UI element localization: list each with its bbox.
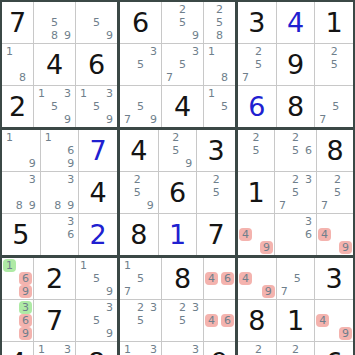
cell-r3c4[interactable]: 579 (120, 86, 161, 127)
cell-r9c3[interactable]: 8 (76, 342, 117, 355)
candidate-3[interactable]: 3 (64, 215, 77, 228)
candidate-5[interactable]: 5 (329, 100, 342, 113)
given-digit: 1 (326, 9, 343, 36)
candidate-6-red-highlight[interactable]: 6 (221, 272, 234, 285)
candidate-5[interactable]: 5 (134, 314, 147, 327)
cell-r4c5[interactable]: 259 (159, 130, 197, 171)
candidate-6-red-highlight[interactable]: 6 (19, 272, 32, 285)
given-digit: 9 (211, 349, 228, 355)
candidate-2[interactable]: 2 (289, 343, 302, 355)
candidate-9-red-highlight[interactable]: 9 (19, 285, 32, 298)
cell-r9c8[interactable]: 25 (277, 342, 315, 355)
cell-r2c7[interactable]: 257 (238, 44, 276, 85)
cell-r9c7[interactable]: 257 (238, 342, 276, 355)
candidate-5[interactable]: 5 (90, 16, 103, 29)
cell-r6c4[interactable]: 8 (120, 214, 158, 255)
candidate-5[interactable]: 5 (134, 58, 147, 71)
box-7: 1692159369735941358 (2, 258, 117, 355)
candidate-7[interactable]: 7 (316, 113, 329, 126)
candidate-2[interactable]: 2 (328, 45, 341, 58)
candidate-5[interactable]: 5 (176, 58, 189, 71)
candidate-9[interactable]: 9 (64, 157, 77, 170)
given-digit: 6 (169, 179, 186, 206)
candidate-9[interactable]: 9 (103, 113, 116, 126)
candidate-1[interactable]: 1 (3, 45, 16, 58)
cell-r7c8[interactable]: 57 (277, 258, 315, 299)
candidate-2[interactable]: 2 (176, 3, 189, 16)
cell-r4c1[interactable]: 19 (2, 130, 40, 171)
cell-r6c5[interactable]: 1 (159, 214, 197, 255)
entered-digit: 7 (90, 137, 107, 164)
candidate-4-red-highlight[interactable]: 4 (239, 228, 252, 241)
given-digit: 3 (326, 265, 343, 292)
candidate-9[interactable]: 9 (182, 157, 195, 170)
candidate-8[interactable]: 8 (51, 199, 64, 212)
cell-r3c1[interactable]: 2 (2, 86, 33, 127)
candidate-6[interactable]: 6 (64, 144, 77, 157)
given-digit: 4 (90, 179, 107, 206)
cell-r2c2[interactable]: 4 (34, 44, 75, 85)
cell-r5c1[interactable]: 389 (2, 172, 40, 213)
cell-r5c2[interactable]: 389 (41, 172, 79, 213)
given-digit: 2 (46, 265, 63, 292)
given-digit: 9 (287, 51, 304, 78)
cell-r4c8[interactable]: 256 (275, 130, 316, 171)
box-9: 495738149257256 (238, 258, 353, 355)
cell-r1c6[interactable]: 258 (204, 2, 235, 43)
candidate-1[interactable]: 1 (205, 45, 218, 58)
cell-r3c7[interactable]: 6 (238, 86, 276, 127)
candidate-6-red-highlight[interactable]: 6 (19, 314, 32, 327)
candidate-9[interactable]: 9 (103, 285, 116, 298)
candidate-3-green-highlight[interactable]: 3 (19, 301, 32, 314)
cell-r6c9[interactable]: 49 (317, 214, 353, 255)
candidate-5[interactable]: 5 (328, 58, 341, 71)
candidate-7[interactable]: 7 (121, 113, 134, 126)
candidate-9[interactable]: 9 (26, 199, 39, 212)
candidate-8[interactable]: 8 (16, 71, 29, 84)
cell-r9c6[interactable]: 9 (204, 342, 235, 355)
candidate-9-red-highlight[interactable]: 9 (262, 285, 275, 298)
cell-r7c4[interactable]: 157 (120, 258, 161, 299)
entered-digit: 2 (90, 221, 107, 248)
cell-r5c7[interactable]: 1 (238, 172, 274, 213)
cell-r1c5[interactable]: 259 (162, 2, 203, 43)
cell-r3c8[interactable]: 8 (277, 86, 315, 127)
cell-r8c8[interactable]: 1 (277, 300, 315, 341)
cell-r8c6[interactable]: 46 (204, 300, 235, 341)
candidate-5[interactable]: 5 (250, 144, 263, 157)
candidate-2[interactable]: 2 (252, 343, 265, 355)
candidate-2[interactable]: 2 (210, 173, 223, 186)
cell-r8c4[interactable]: 235 (120, 300, 161, 341)
cell-r9c9[interactable]: 6 (315, 342, 353, 355)
candidate-5[interactable]: 5 (289, 186, 302, 199)
candidate-5[interactable]: 5 (176, 314, 189, 327)
candidate-1[interactable]: 1 (3, 131, 16, 144)
candidate-3[interactable]: 3 (147, 343, 160, 355)
entered-digit: 1 (169, 221, 186, 248)
cell-r9c4[interactable]: 135 (120, 342, 161, 355)
box-2: 62592583535718579415 (120, 2, 235, 127)
candidate-4-red-highlight[interactable]: 4 (318, 228, 331, 241)
cell-r3c3[interactable]: 1359 (76, 86, 117, 127)
cell-r4c2[interactable]: 169 (41, 130, 79, 171)
candidate-9-red-highlight[interactable]: 9 (339, 241, 352, 254)
given-digit: 3 (208, 137, 225, 164)
candidate-3[interactable]: 3 (189, 45, 202, 58)
candidate-7[interactable]: 7 (276, 199, 289, 212)
candidate-3[interactable]: 3 (302, 173, 315, 186)
cell-r6c6[interactable]: 7 (197, 214, 235, 255)
box-6: 25256812357257493649 (238, 130, 353, 255)
candidate-9[interactable]: 9 (103, 327, 116, 340)
candidate-5[interactable]: 5 (210, 186, 223, 199)
candidate-1[interactable]: 1 (121, 343, 134, 355)
cell-r2c9[interactable]: 25 (315, 44, 353, 85)
given-digit: 6 (132, 9, 149, 36)
cell-r7c7[interactable]: 49 (238, 258, 276, 299)
candidate-9-red-highlight[interactable]: 9 (19, 327, 32, 340)
candidate-5[interactable]: 5 (131, 186, 144, 199)
cell-r6c3[interactable]: 2 (79, 214, 117, 255)
given-digit: 8 (130, 221, 147, 248)
candidate-3[interactable]: 3 (26, 173, 39, 186)
candidate-1[interactable]: 1 (35, 87, 48, 100)
candidate-3[interactable]: 3 (302, 215, 315, 228)
candidate-3[interactable]: 3 (189, 301, 202, 314)
cell-r1c2[interactable]: 589 (34, 2, 75, 43)
candidate-2[interactable]: 2 (252, 45, 265, 58)
cell-r7c5[interactable]: 8 (162, 258, 203, 299)
candidate-9[interactable]: 9 (26, 157, 39, 170)
given-digit: 6 (88, 51, 105, 78)
candidate-7[interactable]: 7 (318, 199, 331, 212)
candidate-2[interactable]: 2 (131, 173, 144, 186)
candidate-1-green-highlight[interactable]: 1 (3, 259, 16, 272)
candidate-3[interactable]: 3 (61, 343, 74, 355)
cell-r8c1[interactable]: 369 (2, 300, 33, 341)
given-digit: 1 (287, 307, 304, 334)
candidate-3[interactable]: 3 (147, 301, 160, 314)
candidate-9[interactable]: 9 (147, 113, 160, 126)
entered-digit: 4 (287, 9, 304, 36)
candidate-2[interactable]: 2 (176, 301, 189, 314)
candidate-9[interactable]: 9 (103, 29, 116, 42)
cell-r2c6[interactable]: 18 (204, 44, 235, 85)
cell-r1c3[interactable]: 59 (76, 2, 117, 43)
given-digit: 4 (9, 349, 26, 355)
cell-r6c7[interactable]: 49 (238, 214, 274, 255)
candidate-4-red-highlight[interactable]: 4 (205, 272, 218, 285)
candidate-2[interactable]: 2 (169, 131, 182, 144)
candidate-3[interactable]: 3 (147, 45, 160, 58)
candidate-5[interactable]: 5 (48, 100, 61, 113)
candidate-5[interactable]: 5 (134, 100, 147, 113)
cell-r7c3[interactable]: 159 (76, 258, 117, 299)
cell-r6c2[interactable]: 36 (41, 214, 79, 255)
candidate-2[interactable]: 2 (331, 173, 344, 186)
given-digit: 2 (9, 93, 26, 120)
box-4: 19169738938945362 (2, 130, 117, 255)
candidate-5[interactable]: 5 (291, 272, 304, 285)
cell-r3c6[interactable]: 15 (204, 86, 235, 127)
candidate-7[interactable]: 7 (239, 71, 252, 84)
cell-r4c9[interactable]: 8 (317, 130, 353, 171)
cell-r6c8[interactable]: 36 (275, 214, 316, 255)
candidate-5[interactable]: 5 (176, 16, 189, 29)
given-digit: 8 (174, 265, 191, 292)
cell-r8c2[interactable]: 7 (34, 300, 75, 341)
sudoku-board: 7589591846213591359625925835357185794153… (0, 0, 355, 355)
cell-r4c4[interactable]: 4 (120, 130, 158, 171)
candidate-6-red-highlight[interactable]: 6 (221, 314, 234, 327)
candidate-5[interactable]: 5 (90, 272, 103, 285)
given-digit: 7 (46, 307, 63, 334)
cell-r5c4[interactable]: 259 (120, 172, 158, 213)
cell-r3c5[interactable]: 4 (162, 86, 203, 127)
candidate-9-red-highlight[interactable]: 9 (339, 327, 352, 340)
given-digit: 4 (130, 137, 147, 164)
cell-r2c8[interactable]: 9 (277, 44, 315, 85)
candidate-5[interactable]: 5 (218, 100, 231, 113)
cell-r9c2[interactable]: 135 (34, 342, 75, 355)
candidate-2[interactable]: 2 (213, 3, 226, 16)
candidate-1[interactable]: 1 (42, 131, 55, 144)
given-digit: 8 (88, 349, 105, 355)
candidate-2[interactable]: 2 (250, 131, 263, 144)
given-digit: 7 (9, 9, 26, 36)
given-digit: 4 (174, 93, 191, 120)
candidate-1[interactable]: 1 (205, 87, 218, 100)
candidate-5[interactable]: 5 (289, 144, 302, 157)
given-digit: 4 (46, 51, 63, 78)
candidate-3[interactable]: 3 (61, 87, 74, 100)
cell-r5c9[interactable]: 257 (317, 172, 353, 213)
cell-r5c3[interactable]: 4 (79, 172, 117, 213)
candidate-5[interactable]: 5 (331, 186, 344, 199)
candidate-3[interactable]: 3 (64, 173, 77, 186)
box-3: 3412579256857 (238, 2, 353, 127)
candidate-1[interactable]: 1 (77, 259, 90, 272)
candidate-1[interactable]: 1 (77, 87, 90, 100)
candidate-2[interactable]: 2 (289, 131, 302, 144)
candidate-7[interactable]: 7 (278, 285, 291, 298)
candidate-4-red-highlight[interactable]: 4 (316, 314, 329, 327)
candidate-5[interactable]: 5 (48, 16, 61, 29)
candidate-8[interactable]: 8 (218, 71, 231, 84)
candidate-5[interactable]: 5 (90, 314, 103, 327)
candidate-1[interactable]: 1 (35, 343, 48, 355)
candidate-8[interactable]: 8 (13, 199, 26, 212)
cell-r8c9[interactable]: 49 (315, 300, 353, 341)
given-digit: 7 (208, 221, 225, 248)
cell-r7c9[interactable]: 3 (315, 258, 353, 299)
cell-r2c1[interactable]: 18 (2, 44, 33, 85)
candidate-9[interactable]: 9 (61, 113, 74, 126)
candidate-5[interactable]: 5 (134, 272, 147, 285)
box-8: 157846235235461353579 (120, 258, 235, 355)
candidate-5[interactable]: 5 (213, 16, 226, 29)
cell-r2c3[interactable]: 6 (76, 44, 117, 85)
cell-r1c8[interactable]: 4 (277, 2, 315, 43)
candidate-3[interactable]: 3 (189, 343, 202, 355)
candidate-6[interactable]: 6 (302, 144, 315, 157)
cell-r2c4[interactable]: 35 (120, 44, 161, 85)
candidate-9[interactable]: 9 (189, 29, 202, 42)
given-digit: 8 (287, 93, 304, 120)
cell-r7c6[interactable]: 46 (204, 258, 235, 299)
cell-r4c7[interactable]: 25 (238, 130, 274, 171)
given-digit: 1 (247, 179, 264, 206)
cell-r5c6[interactable]: 25 (197, 172, 235, 213)
candidate-9[interactable]: 9 (61, 29, 74, 42)
candidate-4-red-highlight[interactable]: 4 (205, 314, 218, 327)
given-digit: 8 (248, 307, 265, 334)
cell-r1c9[interactable]: 1 (315, 2, 353, 43)
cell-r9c5[interactable]: 357 (162, 342, 203, 355)
candidate-6[interactable]: 6 (64, 228, 77, 241)
cell-r1c4[interactable]: 6 (120, 2, 161, 43)
cell-r6c1[interactable]: 5 (2, 214, 40, 255)
candidate-7[interactable]: 7 (163, 71, 176, 84)
candidate-5[interactable]: 5 (252, 58, 265, 71)
given-digit: 8 (326, 137, 343, 164)
candidate-5[interactable]: 5 (169, 144, 182, 157)
candidate-9[interactable]: 9 (64, 199, 77, 212)
candidate-1[interactable]: 1 (121, 259, 134, 272)
cell-r1c7[interactable]: 3 (238, 2, 276, 43)
candidate-7[interactable]: 7 (121, 285, 134, 298)
cell-r4c3[interactable]: 7 (79, 130, 117, 171)
cell-r5c8[interactable]: 2357 (275, 172, 316, 213)
cell-r9c1[interactable]: 4 (2, 342, 33, 355)
candidate-4-red-highlight[interactable]: 4 (239, 272, 252, 285)
cell-r3c9[interactable]: 57 (315, 86, 353, 127)
candidate-8[interactable]: 8 (48, 29, 61, 42)
cell-r1c1[interactable]: 7 (2, 2, 33, 43)
cell-r2c5[interactable]: 357 (162, 44, 203, 85)
cell-r7c2[interactable]: 2 (34, 258, 75, 299)
candidate-2[interactable]: 2 (134, 301, 147, 314)
candidate-3[interactable]: 3 (103, 301, 116, 314)
entered-digit: 6 (248, 93, 265, 120)
box-1: 7589591846213591359 (2, 2, 117, 127)
cell-r8c7[interactable]: 8 (238, 300, 276, 341)
cell-r3c2[interactable]: 1359 (34, 86, 75, 127)
cell-r8c5[interactable]: 235 (162, 300, 203, 341)
candidate-5[interactable]: 5 (90, 100, 103, 113)
candidate-6[interactable]: 6 (302, 228, 315, 241)
given-digit: 5 (12, 221, 29, 248)
candidate-2[interactable]: 2 (289, 173, 302, 186)
candidate-3[interactable]: 3 (103, 87, 116, 100)
candidate-8[interactable]: 8 (213, 29, 226, 42)
candidate-9-red-highlight[interactable]: 9 (260, 241, 273, 254)
given-digit: 3 (248, 9, 265, 36)
cell-r5c5[interactable]: 6 (159, 172, 197, 213)
cell-r8c3[interactable]: 359 (76, 300, 117, 341)
candidate-9[interactable]: 9 (144, 199, 157, 212)
cell-r4c6[interactable]: 3 (197, 130, 235, 171)
cell-r7c1[interactable]: 169 (2, 258, 33, 299)
given-digit: 6 (326, 349, 343, 355)
box-5: 42593259625817 (120, 130, 235, 255)
